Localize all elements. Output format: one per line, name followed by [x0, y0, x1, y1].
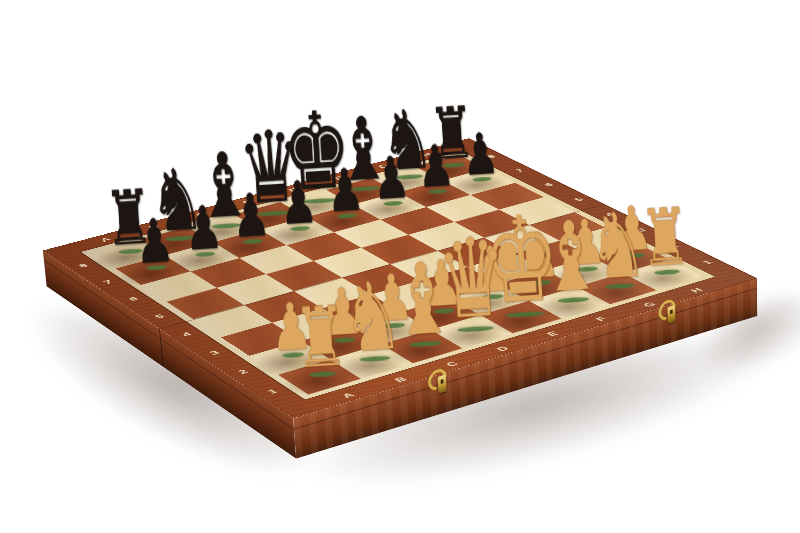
latch-pin: [441, 379, 444, 384]
product-photo-stage: ♜♞♝♛♚♝♞♜♟♟♟♟♟♟♟♟♟♟♟♟♟♟♟♟♜♞♝♛♚♝♞♜ AABBCCD…: [0, 0, 800, 533]
latch-plate: [438, 374, 447, 393]
latch-plate: [667, 305, 675, 324]
latch-pin: [670, 310, 673, 315]
